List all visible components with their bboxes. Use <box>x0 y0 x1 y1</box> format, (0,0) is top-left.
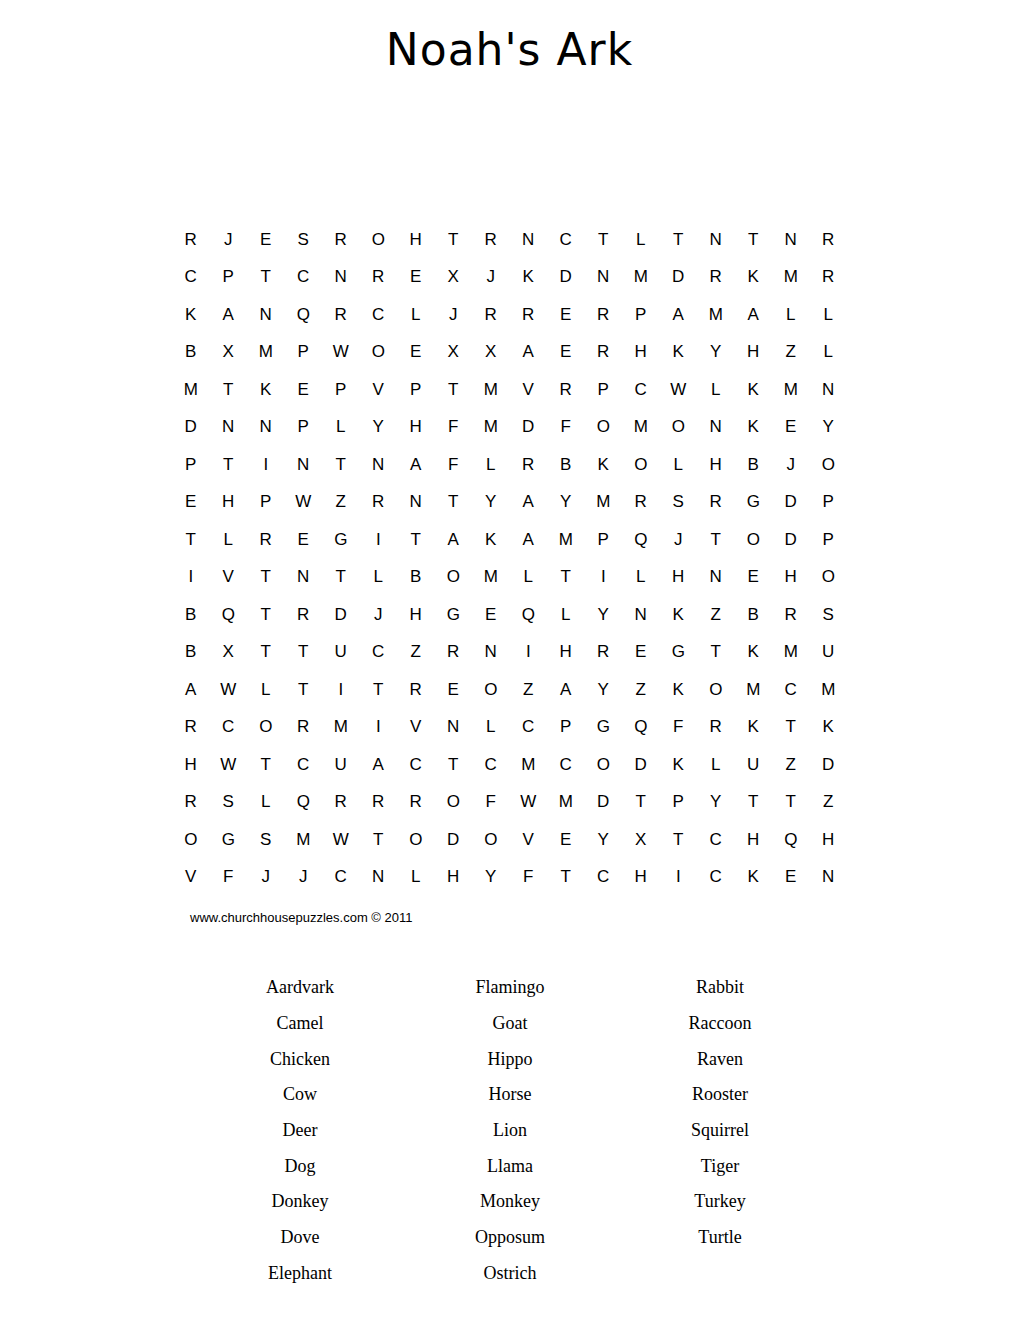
grid-cell[interactable]: J <box>772 446 810 484</box>
grid-cell[interactable]: R <box>360 259 398 297</box>
grid-cell[interactable]: H <box>210 484 248 522</box>
grid-cell[interactable]: R <box>697 484 735 522</box>
grid-cell[interactable]: J <box>360 596 398 634</box>
grid-cell[interactable]: M <box>772 634 810 672</box>
grid-cell[interactable]: T <box>247 596 285 634</box>
grid-cell[interactable]: Q <box>622 709 660 747</box>
grid-cell[interactable]: M <box>285 821 323 859</box>
grid-cell[interactable]: C <box>697 821 735 859</box>
grid-cell[interactable]: H <box>547 634 585 672</box>
grid-cell[interactable]: X <box>622 821 660 859</box>
grid-cell[interactable]: C <box>322 859 360 897</box>
grid-cell[interactable]: H <box>622 334 660 372</box>
grid-cell[interactable]: N <box>285 559 323 597</box>
grid-cell[interactable]: B <box>172 334 210 372</box>
grid-cell[interactable]: T <box>322 559 360 597</box>
grid-cell[interactable]: C <box>285 259 323 297</box>
grid-cell[interactable]: A <box>510 521 548 559</box>
grid-cell[interactable]: R <box>285 709 323 747</box>
grid-cell[interactable]: E <box>285 371 323 409</box>
grid-cell[interactable]: T <box>322 446 360 484</box>
grid-cell[interactable]: R <box>585 634 623 672</box>
grid-cell[interactable]: B <box>735 446 773 484</box>
grid-cell[interactable]: O <box>435 559 473 597</box>
grid-cell[interactable]: R <box>585 334 623 372</box>
grid-cell[interactable]: N <box>247 296 285 334</box>
grid-cell[interactable]: S <box>285 221 323 259</box>
grid-cell[interactable]: V <box>510 371 548 409</box>
grid-cell[interactable]: N <box>772 221 810 259</box>
grid-cell[interactable]: W <box>660 371 698 409</box>
grid-cell[interactable]: C <box>547 746 585 784</box>
grid-cell[interactable]: N <box>360 446 398 484</box>
grid-cell[interactable]: T <box>360 671 398 709</box>
grid-cell[interactable]: R <box>172 221 210 259</box>
grid-cell[interactable]: A <box>435 521 473 559</box>
grid-cell[interactable]: G <box>435 596 473 634</box>
grid-cell[interactable]: Y <box>585 821 623 859</box>
grid-cell[interactable]: L <box>697 371 735 409</box>
grid-cell[interactable]: T <box>435 221 473 259</box>
grid-cell[interactable]: L <box>660 446 698 484</box>
grid-cell[interactable]: T <box>247 559 285 597</box>
grid-cell[interactable]: T <box>397 521 435 559</box>
grid-cell[interactable]: H <box>660 559 698 597</box>
grid-cell[interactable]: B <box>735 596 773 634</box>
grid-cell[interactable]: A <box>660 296 698 334</box>
grid-cell[interactable]: P <box>810 521 848 559</box>
grid-cell[interactable]: C <box>397 746 435 784</box>
grid-cell[interactable]: E <box>435 671 473 709</box>
grid-cell[interactable]: P <box>660 784 698 822</box>
grid-cell[interactable]: S <box>210 784 248 822</box>
grid-cell[interactable]: T <box>210 446 248 484</box>
grid-cell[interactable]: H <box>622 859 660 897</box>
grid-cell[interactable]: P <box>585 521 623 559</box>
grid-cell[interactable]: A <box>510 334 548 372</box>
grid-cell[interactable]: T <box>697 634 735 672</box>
grid-cell[interactable]: C <box>285 746 323 784</box>
grid-cell[interactable]: Y <box>697 784 735 822</box>
grid-cell[interactable]: T <box>735 221 773 259</box>
grid-cell[interactable]: R <box>172 784 210 822</box>
grid-cell[interactable]: L <box>247 784 285 822</box>
grid-cell[interactable]: O <box>585 409 623 447</box>
grid-cell[interactable]: N <box>585 259 623 297</box>
grid-cell[interactable]: T <box>360 821 398 859</box>
grid-cell[interactable]: T <box>247 746 285 784</box>
grid-cell[interactable]: M <box>247 334 285 372</box>
grid-cell[interactable]: H <box>772 559 810 597</box>
grid-cell[interactable]: H <box>435 859 473 897</box>
grid-cell[interactable]: I <box>660 859 698 897</box>
grid-cell[interactable]: E <box>772 859 810 897</box>
grid-cell[interactable]: T <box>435 371 473 409</box>
grid-cell[interactable]: E <box>172 484 210 522</box>
grid-cell[interactable]: Q <box>772 821 810 859</box>
grid-cell[interactable]: Y <box>360 409 398 447</box>
grid-cell[interactable]: D <box>585 784 623 822</box>
grid-cell[interactable]: M <box>622 259 660 297</box>
grid-cell[interactable]: E <box>247 221 285 259</box>
grid-cell[interactable]: E <box>397 334 435 372</box>
grid-cell[interactable]: E <box>622 634 660 672</box>
grid-cell[interactable]: H <box>397 221 435 259</box>
grid-cell[interactable]: W <box>322 334 360 372</box>
grid-cell[interactable]: M <box>472 409 510 447</box>
grid-cell[interactable]: D <box>660 259 698 297</box>
grid-cell[interactable]: N <box>510 221 548 259</box>
grid-cell[interactable]: M <box>810 671 848 709</box>
grid-cell[interactable]: K <box>472 521 510 559</box>
grid-cell[interactable]: L <box>772 296 810 334</box>
grid-cell[interactable]: R <box>472 296 510 334</box>
grid-cell[interactable]: P <box>585 371 623 409</box>
grid-cell[interactable]: C <box>360 296 398 334</box>
grid-cell[interactable]: R <box>547 371 585 409</box>
grid-cell[interactable]: H <box>397 596 435 634</box>
grid-cell[interactable]: P <box>285 334 323 372</box>
grid-cell[interactable]: R <box>435 634 473 672</box>
grid-cell[interactable]: T <box>285 671 323 709</box>
grid-cell[interactable]: J <box>660 521 698 559</box>
grid-cell[interactable]: O <box>360 334 398 372</box>
grid-cell[interactable]: W <box>210 746 248 784</box>
grid-cell[interactable]: Y <box>472 859 510 897</box>
grid-cell[interactable]: O <box>247 709 285 747</box>
grid-cell[interactable]: N <box>697 559 735 597</box>
grid-cell[interactable]: E <box>547 296 585 334</box>
grid-cell[interactable]: N <box>622 596 660 634</box>
grid-cell[interactable]: T <box>772 784 810 822</box>
grid-cell[interactable]: L <box>360 559 398 597</box>
grid-cell[interactable]: E <box>472 596 510 634</box>
grid-cell[interactable]: T <box>172 521 210 559</box>
grid-cell[interactable]: Z <box>772 334 810 372</box>
grid-cell[interactable]: M <box>547 784 585 822</box>
grid-cell[interactable]: B <box>172 634 210 672</box>
grid-cell[interactable]: U <box>810 634 848 672</box>
grid-cell[interactable]: K <box>810 709 848 747</box>
grid-cell[interactable]: C <box>697 859 735 897</box>
grid-cell[interactable]: G <box>322 521 360 559</box>
grid-cell[interactable]: K <box>735 409 773 447</box>
grid-cell[interactable]: F <box>472 784 510 822</box>
grid-cell[interactable]: T <box>547 559 585 597</box>
grid-cell[interactable]: B <box>547 446 585 484</box>
grid-cell[interactable]: E <box>735 559 773 597</box>
grid-cell[interactable]: T <box>660 221 698 259</box>
grid-cell[interactable]: E <box>772 409 810 447</box>
grid-cell[interactable]: T <box>435 746 473 784</box>
grid-cell[interactable]: M <box>772 371 810 409</box>
grid-cell[interactable]: N <box>697 409 735 447</box>
grid-cell[interactable]: V <box>210 559 248 597</box>
grid-cell[interactable]: X <box>435 259 473 297</box>
grid-cell[interactable]: E <box>285 521 323 559</box>
grid-cell[interactable]: G <box>210 821 248 859</box>
grid-cell[interactable]: Z <box>322 484 360 522</box>
grid-cell[interactable]: K <box>247 371 285 409</box>
grid-cell[interactable]: R <box>697 709 735 747</box>
grid-cell[interactable]: V <box>360 371 398 409</box>
grid-cell[interactable]: E <box>547 334 585 372</box>
grid-cell[interactable]: H <box>697 446 735 484</box>
grid-cell[interactable]: Q <box>210 596 248 634</box>
grid-cell[interactable]: Y <box>585 671 623 709</box>
grid-cell[interactable]: P <box>547 709 585 747</box>
grid-cell[interactable]: P <box>810 484 848 522</box>
grid-cell[interactable]: M <box>472 559 510 597</box>
grid-cell[interactable]: L <box>397 296 435 334</box>
grid-cell[interactable]: C <box>772 671 810 709</box>
grid-cell[interactable]: Y <box>547 484 585 522</box>
grid-cell[interactable]: C <box>510 709 548 747</box>
grid-cell[interactable]: T <box>247 634 285 672</box>
grid-cell[interactable]: R <box>397 671 435 709</box>
grid-cell[interactable]: N <box>360 859 398 897</box>
grid-cell[interactable]: A <box>360 746 398 784</box>
grid-cell[interactable]: R <box>247 521 285 559</box>
grid-cell[interactable]: C <box>172 259 210 297</box>
grid-cell[interactable]: D <box>772 484 810 522</box>
grid-cell[interactable]: R <box>622 484 660 522</box>
grid-cell[interactable]: K <box>510 259 548 297</box>
grid-cell[interactable]: F <box>660 709 698 747</box>
grid-cell[interactable]: R <box>472 221 510 259</box>
grid-cell[interactable]: U <box>322 746 360 784</box>
grid-cell[interactable]: A <box>510 484 548 522</box>
grid-cell[interactable]: K <box>660 334 698 372</box>
grid-cell[interactable]: M <box>322 709 360 747</box>
grid-cell[interactable]: O <box>172 821 210 859</box>
grid-cell[interactable]: T <box>697 521 735 559</box>
grid-cell[interactable]: N <box>435 709 473 747</box>
grid-cell[interactable]: O <box>360 221 398 259</box>
grid-cell[interactable]: M <box>697 296 735 334</box>
grid-cell[interactable]: X <box>472 334 510 372</box>
grid-cell[interactable]: Z <box>397 634 435 672</box>
grid-cell[interactable]: R <box>322 221 360 259</box>
grid-cell[interactable]: T <box>660 821 698 859</box>
grid-cell[interactable]: E <box>547 821 585 859</box>
grid-cell[interactable]: R <box>510 296 548 334</box>
grid-cell[interactable]: L <box>810 296 848 334</box>
grid-cell[interactable]: R <box>397 784 435 822</box>
grid-cell[interactable]: A <box>210 296 248 334</box>
grid-cell[interactable]: Z <box>622 671 660 709</box>
grid-cell[interactable]: L <box>547 596 585 634</box>
grid-cell[interactable]: T <box>622 784 660 822</box>
grid-cell[interactable]: J <box>285 859 323 897</box>
grid-cell[interactable]: U <box>322 634 360 672</box>
grid-cell[interactable]: O <box>435 784 473 822</box>
grid-cell[interactable]: J <box>472 259 510 297</box>
grid-cell[interactable]: K <box>735 859 773 897</box>
grid-cell[interactable]: N <box>322 259 360 297</box>
grid-cell[interactable]: I <box>247 446 285 484</box>
grid-cell[interactable]: P <box>622 296 660 334</box>
grid-cell[interactable]: T <box>285 634 323 672</box>
grid-cell[interactable]: R <box>585 296 623 334</box>
grid-cell[interactable]: T <box>735 784 773 822</box>
grid-cell[interactable]: X <box>435 334 473 372</box>
grid-cell[interactable]: D <box>172 409 210 447</box>
grid-cell[interactable]: A <box>735 296 773 334</box>
grid-cell[interactable]: N <box>285 446 323 484</box>
grid-cell[interactable]: Q <box>510 596 548 634</box>
grid-cell[interactable]: B <box>172 596 210 634</box>
grid-cell[interactable]: X <box>210 334 248 372</box>
grid-cell[interactable]: D <box>810 746 848 784</box>
grid-cell[interactable]: E <box>397 259 435 297</box>
grid-cell[interactable]: G <box>660 634 698 672</box>
grid-cell[interactable]: T <box>210 371 248 409</box>
grid-cell[interactable]: L <box>397 859 435 897</box>
grid-cell[interactable]: L <box>247 671 285 709</box>
grid-cell[interactable]: Q <box>285 296 323 334</box>
grid-cell[interactable]: L <box>210 521 248 559</box>
grid-cell[interactable]: R <box>772 596 810 634</box>
grid-cell[interactable]: P <box>397 371 435 409</box>
grid-cell[interactable]: M <box>172 371 210 409</box>
grid-cell[interactable]: R <box>810 259 848 297</box>
grid-cell[interactable]: S <box>660 484 698 522</box>
grid-cell[interactable]: L <box>322 409 360 447</box>
grid-cell[interactable]: Y <box>585 596 623 634</box>
grid-cell[interactable]: V <box>510 821 548 859</box>
grid-cell[interactable]: Q <box>622 521 660 559</box>
grid-cell[interactable]: N <box>810 371 848 409</box>
grid-cell[interactable]: A <box>547 671 585 709</box>
grid-cell[interactable]: L <box>622 221 660 259</box>
grid-cell[interactable]: L <box>472 709 510 747</box>
grid-cell[interactable]: D <box>622 746 660 784</box>
grid-cell[interactable]: H <box>172 746 210 784</box>
grid-cell[interactable]: L <box>810 334 848 372</box>
grid-cell[interactable]: Z <box>772 746 810 784</box>
grid-cell[interactable]: M <box>772 259 810 297</box>
grid-cell[interactable]: F <box>510 859 548 897</box>
grid-cell[interactable]: C <box>360 634 398 672</box>
grid-cell[interactable]: O <box>810 559 848 597</box>
grid-cell[interactable]: R <box>172 709 210 747</box>
grid-cell[interactable]: L <box>472 446 510 484</box>
grid-cell[interactable]: W <box>285 484 323 522</box>
grid-cell[interactable]: C <box>547 221 585 259</box>
grid-cell[interactable]: H <box>810 821 848 859</box>
grid-cell[interactable]: O <box>585 746 623 784</box>
grid-cell[interactable]: X <box>210 634 248 672</box>
grid-cell[interactable]: P <box>322 371 360 409</box>
grid-cell[interactable]: V <box>172 859 210 897</box>
grid-cell[interactable]: J <box>435 296 473 334</box>
grid-cell[interactable]: K <box>735 634 773 672</box>
grid-cell[interactable]: T <box>585 221 623 259</box>
grid-cell[interactable]: A <box>172 671 210 709</box>
grid-cell[interactable]: K <box>660 596 698 634</box>
grid-cell[interactable]: K <box>735 709 773 747</box>
grid-cell[interactable]: O <box>397 821 435 859</box>
grid-cell[interactable]: W <box>210 671 248 709</box>
grid-cell[interactable]: O <box>622 446 660 484</box>
grid-cell[interactable]: Z <box>697 596 735 634</box>
grid-cell[interactable]: D <box>435 821 473 859</box>
grid-cell[interactable]: Y <box>697 334 735 372</box>
grid-cell[interactable]: I <box>510 634 548 672</box>
grid-cell[interactable]: K <box>172 296 210 334</box>
grid-cell[interactable]: P <box>247 484 285 522</box>
grid-cell[interactable]: R <box>697 259 735 297</box>
grid-cell[interactable]: J <box>247 859 285 897</box>
grid-cell[interactable]: I <box>360 709 398 747</box>
grid-cell[interactable]: Z <box>510 671 548 709</box>
grid-cell[interactable]: L <box>622 559 660 597</box>
grid-cell[interactable]: N <box>210 409 248 447</box>
grid-cell[interactable]: F <box>435 409 473 447</box>
grid-cell[interactable]: R <box>285 596 323 634</box>
grid-cell[interactable]: T <box>247 259 285 297</box>
grid-cell[interactable]: Z <box>810 784 848 822</box>
grid-cell[interactable]: R <box>322 296 360 334</box>
grid-cell[interactable]: M <box>472 371 510 409</box>
grid-cell[interactable]: S <box>810 596 848 634</box>
grid-cell[interactable]: O <box>472 671 510 709</box>
grid-cell[interactable]: U <box>735 746 773 784</box>
grid-cell[interactable]: M <box>510 746 548 784</box>
grid-cell[interactable]: R <box>360 484 398 522</box>
grid-cell[interactable]: P <box>172 446 210 484</box>
grid-cell[interactable]: N <box>472 634 510 672</box>
grid-cell[interactable]: C <box>622 371 660 409</box>
grid-cell[interactable]: M <box>735 671 773 709</box>
grid-cell[interactable]: L <box>697 746 735 784</box>
grid-cell[interactable]: H <box>735 334 773 372</box>
grid-cell[interactable]: H <box>397 409 435 447</box>
grid-cell[interactable]: L <box>510 559 548 597</box>
grid-cell[interactable]: C <box>585 859 623 897</box>
grid-cell[interactable]: K <box>735 371 773 409</box>
grid-cell[interactable]: H <box>735 821 773 859</box>
grid-cell[interactable]: Y <box>472 484 510 522</box>
grid-cell[interactable]: A <box>397 446 435 484</box>
grid-cell[interactable]: M <box>547 521 585 559</box>
grid-cell[interactable]: O <box>697 671 735 709</box>
grid-cell[interactable]: J <box>210 221 248 259</box>
grid-cell[interactable]: G <box>585 709 623 747</box>
grid-cell[interactable]: S <box>247 821 285 859</box>
grid-cell[interactable]: C <box>210 709 248 747</box>
grid-cell[interactable]: N <box>397 484 435 522</box>
grid-cell[interactable]: K <box>660 671 698 709</box>
grid-cell[interactable]: O <box>472 821 510 859</box>
grid-cell[interactable]: R <box>510 446 548 484</box>
grid-cell[interactable]: D <box>547 259 585 297</box>
grid-cell[interactable]: W <box>322 821 360 859</box>
grid-cell[interactable]: O <box>660 409 698 447</box>
grid-cell[interactable]: F <box>435 446 473 484</box>
grid-cell[interactable]: K <box>585 446 623 484</box>
grid-cell[interactable]: N <box>247 409 285 447</box>
grid-cell[interactable]: N <box>697 221 735 259</box>
grid-cell[interactable]: P <box>285 409 323 447</box>
grid-cell[interactable]: R <box>322 784 360 822</box>
grid-cell[interactable]: B <box>397 559 435 597</box>
grid-cell[interactable]: I <box>585 559 623 597</box>
grid-cell[interactable]: R <box>360 784 398 822</box>
grid-cell[interactable]: F <box>210 859 248 897</box>
grid-cell[interactable]: M <box>585 484 623 522</box>
